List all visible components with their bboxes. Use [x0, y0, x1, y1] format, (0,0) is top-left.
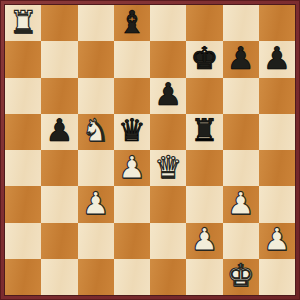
chess-board-frame: ♜♝♚♟♟♟♟♞♛♜♟♛♟♟♟♟♚	[0, 0, 300, 300]
piece-black-pawn[interactable]: ♟	[45, 115, 73, 146]
square-b7[interactable]	[41, 41, 77, 77]
square-c1[interactable]	[78, 259, 114, 295]
square-h8[interactable]	[259, 5, 295, 41]
square-a6[interactable]	[5, 78, 41, 114]
square-c8[interactable]	[78, 5, 114, 41]
square-d4[interactable]: ♟	[114, 150, 150, 186]
square-e7[interactable]	[150, 41, 186, 77]
square-c4[interactable]	[78, 150, 114, 186]
piece-black-pawn[interactable]: ♟	[154, 79, 182, 110]
square-a8[interactable]: ♜	[5, 5, 41, 41]
square-d5[interactable]: ♛	[114, 114, 150, 150]
square-g1[interactable]: ♚	[223, 259, 259, 295]
square-g8[interactable]	[223, 5, 259, 41]
square-d7[interactable]	[114, 41, 150, 77]
piece-black-rook[interactable]: ♜	[190, 115, 218, 146]
square-h1[interactable]	[259, 259, 295, 295]
square-g4[interactable]	[223, 150, 259, 186]
square-f8[interactable]	[186, 5, 222, 41]
square-h6[interactable]	[259, 78, 295, 114]
square-g6[interactable]	[223, 78, 259, 114]
square-h7[interactable]: ♟	[259, 41, 295, 77]
square-b6[interactable]	[41, 78, 77, 114]
square-b4[interactable]	[41, 150, 77, 186]
piece-white-pawn[interactable]: ♟	[82, 188, 110, 219]
piece-black-king[interactable]: ♚	[190, 43, 218, 74]
piece-white-pawn[interactable]: ♟	[118, 152, 146, 183]
square-d2[interactable]	[114, 223, 150, 259]
piece-white-king[interactable]: ♚	[227, 260, 255, 291]
square-a1[interactable]	[5, 259, 41, 295]
square-e6[interactable]: ♟	[150, 78, 186, 114]
square-a2[interactable]	[5, 223, 41, 259]
square-h3[interactable]	[259, 186, 295, 222]
square-b1[interactable]	[41, 259, 77, 295]
square-d8[interactable]: ♝	[114, 5, 150, 41]
square-a5[interactable]	[5, 114, 41, 150]
square-g7[interactable]: ♟	[223, 41, 259, 77]
square-e3[interactable]	[150, 186, 186, 222]
square-d1[interactable]	[114, 259, 150, 295]
piece-white-rook[interactable]: ♜	[9, 7, 37, 38]
square-f6[interactable]	[186, 78, 222, 114]
square-d3[interactable]	[114, 186, 150, 222]
piece-white-queen[interactable]: ♛	[154, 152, 182, 183]
square-f5[interactable]: ♜	[186, 114, 222, 150]
piece-white-pawn[interactable]: ♟	[263, 224, 291, 255]
piece-white-pawn[interactable]: ♟	[190, 224, 218, 255]
square-f4[interactable]	[186, 150, 222, 186]
square-f7[interactable]: ♚	[186, 41, 222, 77]
square-g5[interactable]	[223, 114, 259, 150]
square-e2[interactable]	[150, 223, 186, 259]
piece-black-pawn[interactable]: ♟	[227, 43, 255, 74]
square-c6[interactable]	[78, 78, 114, 114]
square-d6[interactable]	[114, 78, 150, 114]
square-c3[interactable]: ♟	[78, 186, 114, 222]
piece-black-queen[interactable]: ♛	[118, 115, 146, 146]
square-g3[interactable]: ♟	[223, 186, 259, 222]
square-e1[interactable]	[150, 259, 186, 295]
square-c5[interactable]: ♞	[78, 114, 114, 150]
square-b3[interactable]	[41, 186, 77, 222]
square-f3[interactable]	[186, 186, 222, 222]
chess-board: ♜♝♚♟♟♟♟♞♛♜♟♛♟♟♟♟♚	[5, 5, 295, 295]
square-e8[interactable]	[150, 5, 186, 41]
piece-black-pawn[interactable]: ♟	[263, 43, 291, 74]
square-a4[interactable]	[5, 150, 41, 186]
square-g2[interactable]	[223, 223, 259, 259]
square-f1[interactable]	[186, 259, 222, 295]
square-a3[interactable]	[5, 186, 41, 222]
square-b2[interactable]	[41, 223, 77, 259]
square-h5[interactable]	[259, 114, 295, 150]
square-h2[interactable]: ♟	[259, 223, 295, 259]
square-c7[interactable]	[78, 41, 114, 77]
square-b8[interactable]	[41, 5, 77, 41]
square-f2[interactable]: ♟	[186, 223, 222, 259]
square-h4[interactable]	[259, 150, 295, 186]
piece-white-knight[interactable]: ♞	[82, 115, 110, 146]
square-c2[interactable]	[78, 223, 114, 259]
square-e4[interactable]: ♛	[150, 150, 186, 186]
piece-black-bishop[interactable]: ♝	[118, 7, 146, 38]
piece-white-pawn[interactable]: ♟	[227, 188, 255, 219]
square-e5[interactable]	[150, 114, 186, 150]
square-b5[interactable]: ♟	[41, 114, 77, 150]
square-a7[interactable]	[5, 41, 41, 77]
